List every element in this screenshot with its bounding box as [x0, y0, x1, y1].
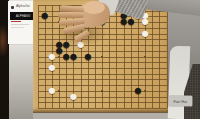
- table-edge: [33, 112, 170, 119]
- grid-line: [38, 97, 167, 98]
- white-stone: ●: [70, 92, 77, 100]
- grid-line: [38, 108, 167, 109]
- grid-line: [38, 102, 167, 103]
- black-stone: ●: [70, 52, 77, 60]
- hand-knuckles: [83, 1, 105, 14]
- grid-line: [38, 62, 167, 63]
- player-torso: Fan Hui: [168, 0, 200, 119]
- grid-line: [109, 5, 110, 108]
- sign-banner-label: ALPHAGO: [16, 15, 31, 18]
- white-stone: ●: [142, 18, 149, 26]
- player-name-caption: Fan Hui: [169, 96, 192, 106]
- black-stone: ●: [63, 52, 70, 60]
- white-stone: ●: [48, 86, 55, 94]
- grid-line: [38, 74, 167, 75]
- grid-line: [152, 5, 153, 108]
- player-name-label: Fan Hui: [174, 99, 187, 103]
- black-stone: ●: [120, 18, 127, 26]
- star-point: [144, 90, 146, 92]
- white-stone: ●: [48, 63, 55, 71]
- black-stone: ●: [127, 18, 134, 26]
- grid-line: [38, 68, 167, 69]
- grid-line: [38, 85, 167, 86]
- sign-fine-print: [11, 27, 24, 28]
- white-stone: ●: [48, 52, 55, 60]
- star-point: [101, 90, 103, 92]
- black-stone: ●: [55, 46, 62, 54]
- white-stone: ●: [142, 29, 149, 37]
- sign-red-accent: [11, 21, 21, 22]
- video-frame: AlphaGo ALPHAGO ●●●●●●●●●●●●●●●●●●●●●● F…: [0, 0, 200, 119]
- grid-line: [38, 79, 167, 80]
- deepmind-logo-icon: [11, 6, 14, 9]
- sign-fine-print: [11, 24, 29, 25]
- grid-line: [159, 5, 160, 108]
- grid-line: [116, 5, 117, 108]
- finger: [58, 12, 84, 18]
- black-stone: ●: [41, 12, 48, 20]
- black-stone: ●: [134, 86, 141, 94]
- black-stone: ●: [84, 52, 91, 60]
- star-point: [58, 90, 60, 92]
- sign-title: AlphaGo: [16, 4, 30, 8]
